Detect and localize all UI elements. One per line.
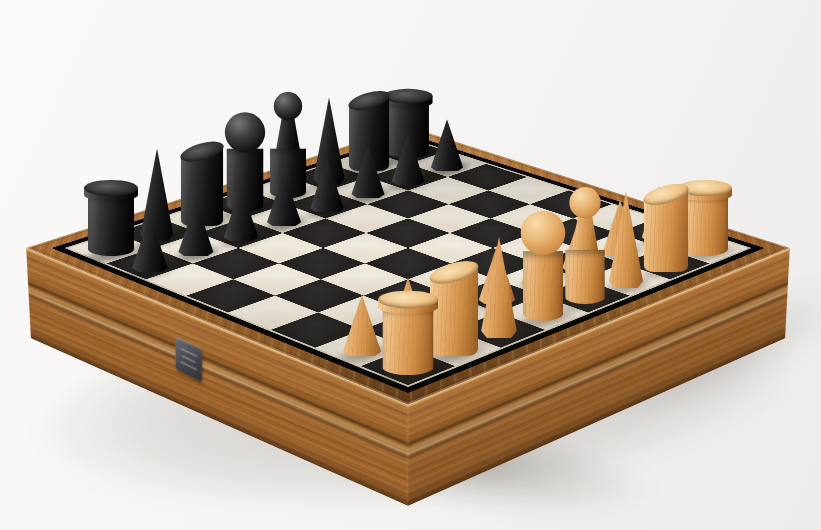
square-c5[interactable]	[279, 248, 365, 279]
piece-cone-shape	[222, 186, 259, 241]
piece-white-bishop-f1[interactable]	[608, 191, 645, 288]
piece-white-rook-a1[interactable]	[378, 291, 438, 375]
piece-black-pawn-e7[interactable]	[308, 158, 344, 212]
piece-ball-shape	[273, 92, 301, 120]
piece-black-pawn-h7[interactable]	[430, 120, 465, 172]
piece-black-pawn-d7[interactable]	[266, 172, 303, 226]
brand-plaque	[175, 337, 202, 383]
square-a4[interactable]	[228, 296, 318, 330]
piece-black-pawn-f7[interactable]	[350, 145, 386, 198]
piece-black-pawn-g7[interactable]	[390, 132, 425, 184]
piece-lidtop-shape	[378, 291, 438, 309]
piece-cone-shape	[177, 200, 215, 256]
square-b5[interactable]	[233, 263, 320, 295]
piece-cone-shape	[608, 191, 645, 288]
piece-cone-shape	[430, 120, 465, 172]
piece-white-king-e1[interactable]	[563, 187, 607, 304]
piece-cone-shape	[341, 295, 383, 356]
product-photo-scene	[0, 0, 821, 530]
piece-body-shape	[88, 196, 134, 256]
piece-ball-shape	[225, 112, 265, 152]
piece-white-knight-g1[interactable]	[644, 186, 689, 271]
piece-white-queen-d1[interactable]	[519, 211, 568, 321]
piece-body-shape	[523, 251, 563, 321]
piece-ball-shape	[521, 211, 566, 256]
piece-cone-shape	[350, 145, 386, 198]
piece-cone-shape	[131, 215, 170, 272]
piece-ball-shape	[570, 187, 601, 218]
piece-black-pawn-b7[interactable]	[177, 200, 215, 256]
piece-body-shape	[382, 308, 433, 375]
piece-cone-shape	[480, 237, 519, 338]
piece-neck-shape	[275, 116, 300, 152]
piece-neck-shape	[572, 213, 599, 253]
piece-lidtop-shape	[84, 180, 138, 196]
piece-body-shape	[682, 196, 728, 256]
square-a5[interactable]	[186, 279, 275, 312]
piece-cone-shape	[308, 158, 344, 212]
piece-body-shape	[565, 250, 605, 304]
piece-white-bishop-c1[interactable]	[480, 237, 519, 338]
piece-cone-shape	[266, 172, 303, 226]
piece-black-pawn-c7[interactable]	[222, 186, 259, 241]
piece-black-pawn-a7[interactable]	[131, 215, 170, 272]
piece-cone-shape	[390, 132, 425, 184]
piece-white-pawn-a2[interactable]	[341, 295, 383, 356]
